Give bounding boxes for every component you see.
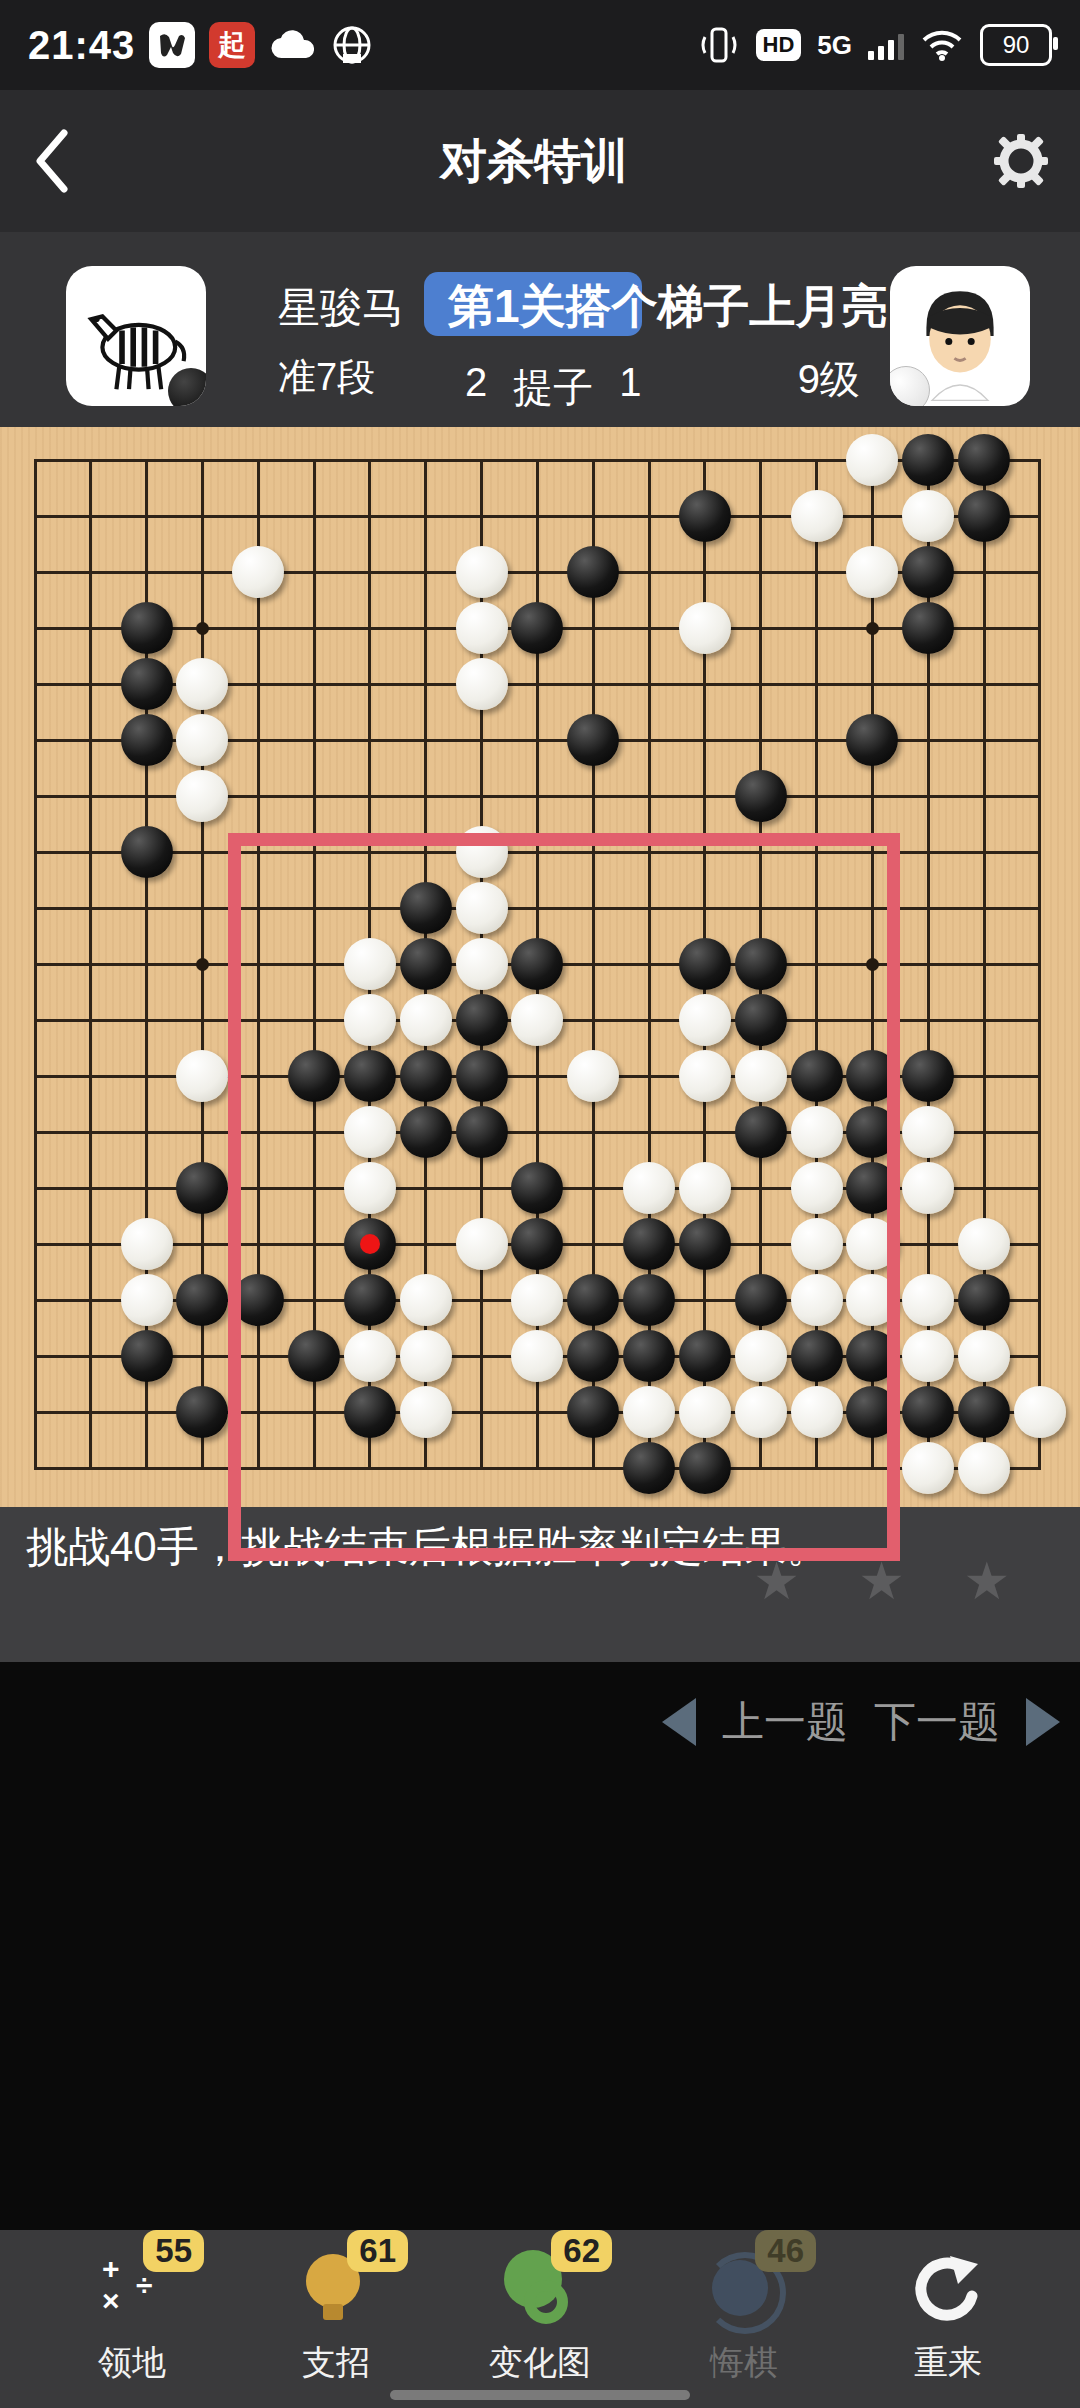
black-stone [176, 1274, 228, 1326]
black-captures: 2 [465, 360, 487, 415]
grid-line [1038, 459, 1041, 1470]
restart-button[interactable]: 重来 [846, 2230, 1050, 2408]
black-stone [567, 714, 619, 766]
white-captures: 1 [619, 360, 641, 415]
capture-counter: 2 提子 1 [465, 360, 642, 415]
vibrate-icon [698, 25, 740, 65]
prev-question-button[interactable]: 上一题 [722, 1694, 848, 1750]
black-stone [567, 546, 619, 598]
black-stone [958, 1386, 1010, 1438]
white-stone [1014, 1386, 1066, 1438]
white-stone [958, 1330, 1010, 1382]
black-stone [735, 770, 787, 822]
wifi-icon [920, 28, 964, 62]
next-arrow-icon[interactable] [1026, 1698, 1060, 1746]
message-app-icon [149, 22, 195, 68]
black-stone [176, 1386, 228, 1438]
white-stone [456, 658, 508, 710]
cloud-app-icon [269, 22, 315, 68]
white-stone [456, 546, 508, 598]
black-stone [958, 490, 1010, 542]
black-stone [902, 1050, 954, 1102]
black-stone [121, 714, 173, 766]
black-stone [121, 658, 173, 710]
star-point [196, 958, 209, 971]
undo-badge: 46 [755, 2230, 816, 2272]
white-stone [846, 434, 898, 486]
white-stone [176, 714, 228, 766]
black-player-name: 星骏马 [278, 280, 404, 336]
territory-button[interactable]: +×÷ 55 领地 [30, 2230, 234, 2408]
go-board[interactable] [0, 427, 1080, 1507]
black-stone [121, 826, 173, 878]
variation-button[interactable]: 62 变化图 [438, 2230, 642, 2408]
restart-icon [902, 2244, 994, 2336]
undo-button: 46 悔棋 [642, 2230, 846, 2408]
black-player-rank: 准7段 [278, 352, 375, 403]
territory-badge: 55 [143, 2230, 204, 2272]
challenge-title: 第1关搭个梯子上月亮 [448, 276, 888, 338]
clock: 21:43 [28, 23, 135, 68]
white-stone [121, 1218, 173, 1270]
variation-badge: 62 [551, 2230, 612, 2272]
black-stone [511, 602, 563, 654]
hd-icon: HD [756, 29, 802, 61]
page-title: 对杀特训 [76, 130, 992, 193]
white-stone [902, 1330, 954, 1382]
white-stone [902, 1442, 954, 1494]
settings-gear-icon[interactable] [992, 132, 1050, 190]
black-stone [902, 602, 954, 654]
white-stone [791, 490, 843, 542]
signal-bars-icon [868, 30, 904, 60]
qidian-app-icon: 起 [209, 22, 255, 68]
network-type: 5G [817, 30, 852, 61]
pager: 上一题 下一题 [662, 1694, 1060, 1750]
battery-icon: 90 [980, 24, 1052, 66]
white-stone [232, 546, 284, 598]
white-stone [902, 1274, 954, 1326]
white-stone [679, 602, 731, 654]
white-stone [456, 602, 508, 654]
black-stone [958, 1274, 1010, 1326]
black-stone [846, 714, 898, 766]
hint-button[interactable]: 61 支招 [234, 2230, 438, 2408]
black-stone [679, 490, 731, 542]
white-stone [958, 1442, 1010, 1494]
white-player-rank: 9级 [798, 352, 860, 407]
white-player-avatar[interactable] [890, 266, 1030, 406]
prev-arrow-icon[interactable] [662, 1698, 696, 1746]
black-stone [958, 434, 1010, 486]
highlight-rectangle [228, 833, 900, 1561]
white-stone [846, 546, 898, 598]
hint-badge: 61 [347, 2230, 408, 2272]
black-stone [902, 434, 954, 486]
bottom-toolbar: +×÷ 55 领地 61 支招 62 变化图 46 悔棋 [0, 2230, 1080, 2408]
white-stone [902, 1106, 954, 1158]
white-stone [176, 658, 228, 710]
black-stone [121, 602, 173, 654]
white-stone [176, 1050, 228, 1102]
white-stone [121, 1274, 173, 1326]
globe-app-icon [329, 22, 375, 68]
back-button[interactable] [30, 125, 76, 197]
player-bar: 星骏马 准7段 第1关搭个梯子上月亮 2 提子 1 9级 [0, 232, 1080, 427]
black-stone [902, 546, 954, 598]
next-question-button[interactable]: 下一题 [874, 1694, 1000, 1750]
star-point [196, 622, 209, 635]
white-stone [902, 1162, 954, 1214]
status-bar: 21:43 起 HD 5G 90 [0, 0, 1080, 90]
star-point [866, 622, 879, 635]
nav-bar: 对杀特训 [0, 90, 1080, 232]
black-stone [121, 1330, 173, 1382]
white-stone [176, 770, 228, 822]
white-stone [902, 490, 954, 542]
home-indicator[interactable] [390, 2390, 690, 2400]
white-stone [958, 1218, 1010, 1270]
black-stone [902, 1386, 954, 1438]
black-player-avatar[interactable] [66, 266, 206, 406]
lower-panel: 上一题 下一题 [0, 1662, 1080, 2230]
black-stone [176, 1162, 228, 1214]
captures-label: 提子 [513, 360, 593, 415]
